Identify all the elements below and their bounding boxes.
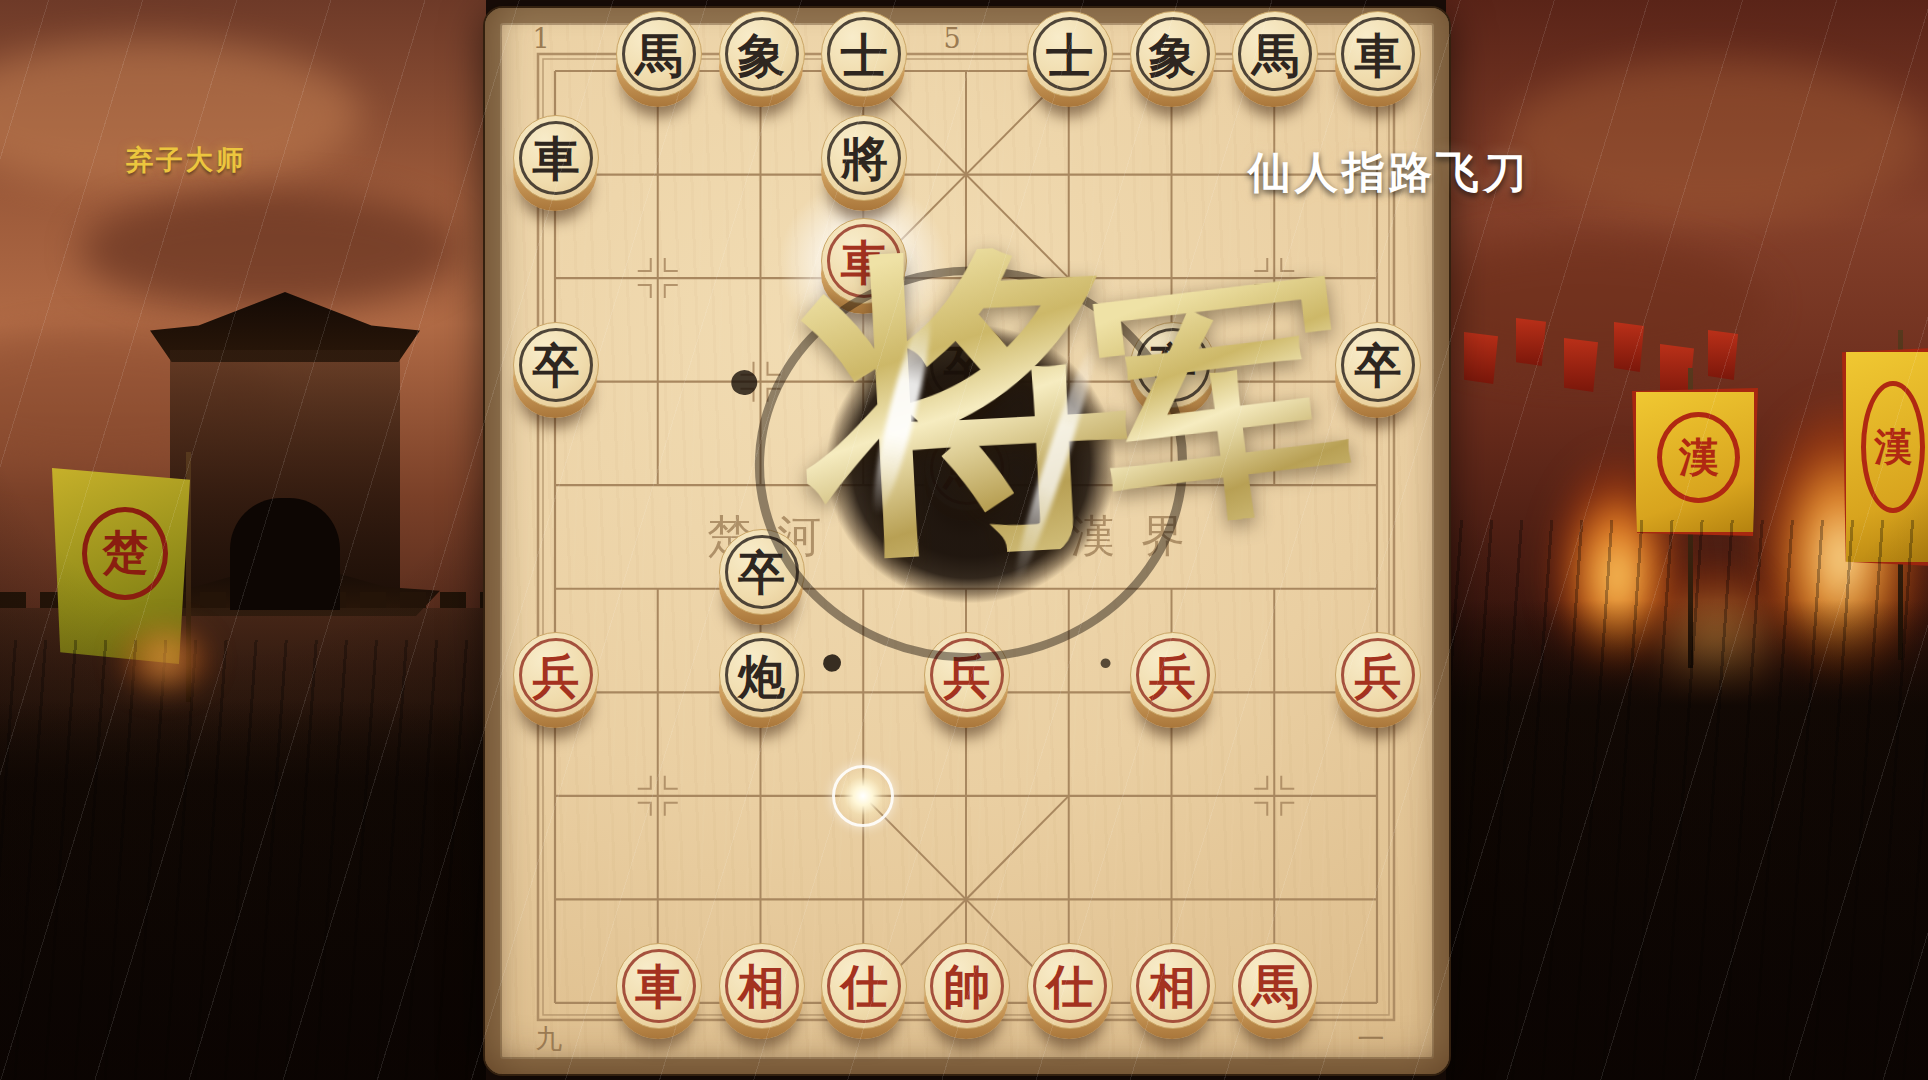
chu-flag-emblem: 楚 (82, 507, 168, 599)
red-banner (1564, 338, 1598, 392)
spears (1446, 520, 1928, 1080)
watermark-username: 弃子大师 (126, 142, 246, 178)
piece-red-horse-hidden[interactable]: 馬 (920, 425, 1012, 525)
file-label-bottom: 九 (536, 1021, 563, 1057)
file-label-bottom: 一 (1358, 1021, 1385, 1057)
piece-black-advisor[interactable]: 士 (1023, 11, 1115, 111)
river-label-han: 漢界 (1071, 507, 1211, 566)
piece-red-general[interactable]: 帥 (920, 943, 1012, 1043)
piece-black-pawn-hidden[interactable]: 卒 (920, 322, 1012, 422)
piece-black-pawn[interactable]: 卒 (509, 322, 601, 422)
video-title: 仙人指路飞刀 (1248, 144, 1530, 202)
han-flag-emblem: 漢 (1861, 381, 1924, 513)
piece-black-pawn[interactable]: 卒 (1331, 322, 1423, 422)
cloud (80, 190, 460, 310)
red-banner (1516, 318, 1546, 366)
han-flag: 漢 (1632, 388, 1758, 536)
piece-red-elephant[interactable]: 相 (715, 943, 807, 1043)
piece-black-elephant[interactable]: 象 (715, 11, 807, 111)
file-label-top: 1 (532, 23, 549, 54)
city-gate (230, 498, 340, 610)
cloud (1506, 60, 1926, 220)
piece-red-elephant[interactable]: 相 (1126, 943, 1218, 1043)
piece-black-chariot[interactable]: 車 (509, 115, 601, 215)
piece-red-advisor[interactable]: 仕 (1023, 943, 1115, 1043)
piece-red-advisor[interactable]: 仕 (817, 943, 909, 1043)
piece-red-horse[interactable]: 馬 (1228, 943, 1320, 1043)
game-screen: 楚 漢 漢 弃子大师 仙人指路飞刀 15九 (0, 0, 1928, 1080)
piece-red-chariot-checking[interactable]: 車 (817, 218, 909, 318)
piece-black-cannon[interactable]: 炮 (715, 632, 807, 732)
red-banner (1464, 332, 1498, 384)
piece-red-pawn[interactable]: 兵 (920, 632, 1012, 732)
file-label-top: 5 (943, 23, 960, 54)
red-banner (1708, 330, 1738, 380)
piece-red-pawn[interactable]: 兵 (509, 632, 601, 732)
piece-black-horse[interactable]: 馬 (1228, 11, 1320, 111)
piece-black-advisor[interactable]: 士 (817, 11, 909, 111)
piece-black-elephant[interactable]: 象 (1126, 11, 1218, 111)
piece-black-pawn[interactable]: 卒 (1126, 322, 1218, 422)
spears (0, 640, 486, 1080)
piece-black-pawn[interactable]: 卒 (715, 529, 807, 629)
han-flag-emblem: 漢 (1657, 412, 1740, 503)
piece-black-general[interactable]: 將 (817, 115, 909, 215)
red-banner (1614, 322, 1644, 372)
piece-red-chariot[interactable]: 車 (612, 943, 704, 1043)
torch-glow (120, 630, 210, 690)
piece-black-horse[interactable]: 馬 (612, 11, 704, 111)
piece-black-chariot[interactable]: 車 (1331, 11, 1423, 111)
piece-red-pawn[interactable]: 兵 (1331, 632, 1423, 732)
piece-red-pawn[interactable]: 兵 (1126, 632, 1218, 732)
